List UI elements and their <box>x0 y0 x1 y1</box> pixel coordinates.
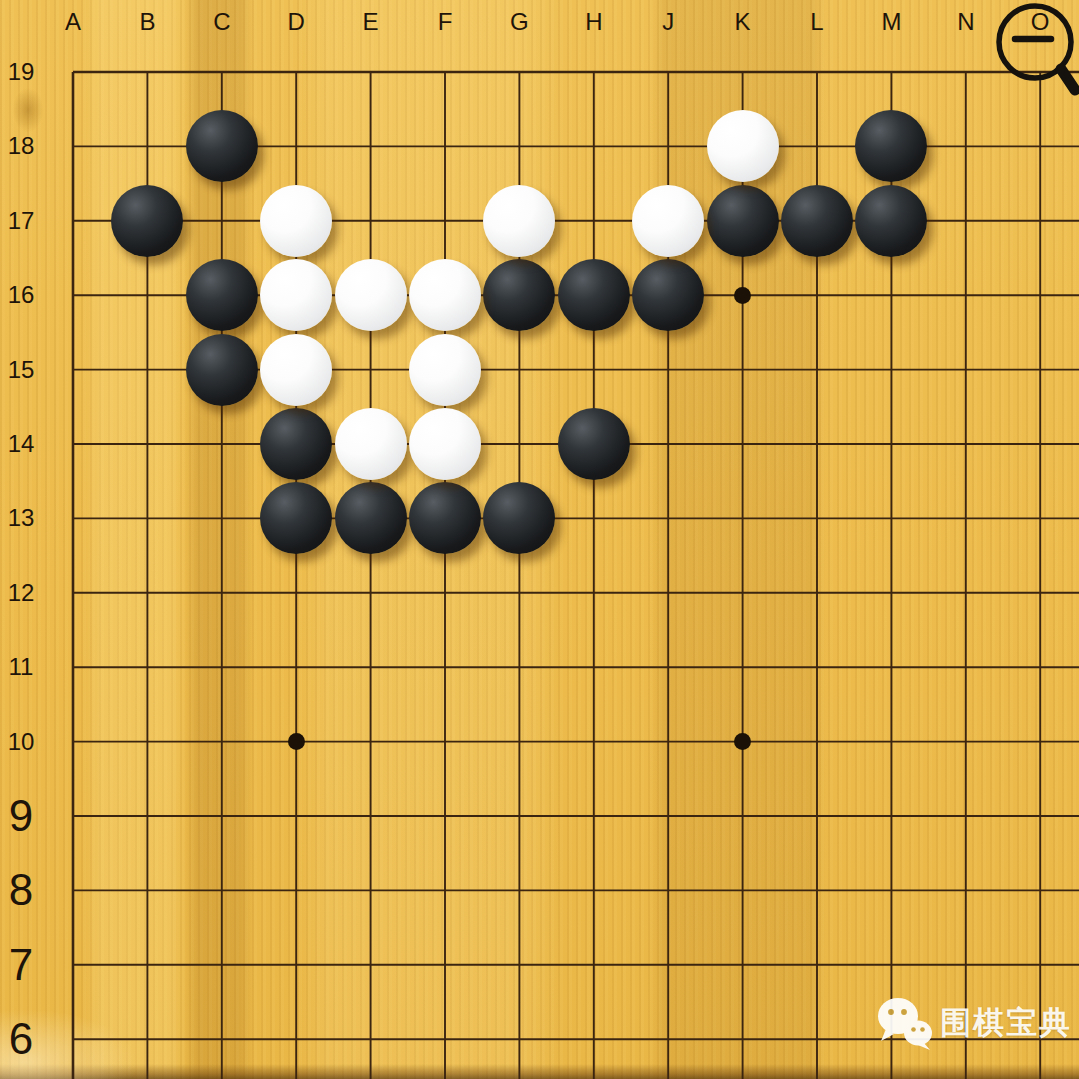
white-stone-G17[interactable] <box>483 185 555 257</box>
go-diagram-screen: ABCDEFGHJKLMNO 191817161514131211109876 … <box>0 0 1079 1079</box>
magnifier-handle <box>1061 69 1075 90</box>
row-label-10: 10 <box>8 728 35 756</box>
column-label-D: D <box>288 8 305 36</box>
column-label-M: M <box>881 8 901 36</box>
white-stone-E16[interactable] <box>335 259 407 331</box>
zoom-out-icon[interactable] <box>988 0 1079 100</box>
black-stone-C18[interactable] <box>186 110 258 182</box>
row-label-16: 16 <box>8 281 35 309</box>
black-stone-B17[interactable] <box>111 185 183 257</box>
black-stone-G16[interactable] <box>483 259 555 331</box>
star-point-K10 <box>734 733 751 750</box>
row-label-17: 17 <box>8 207 35 235</box>
black-stone-D14[interactable] <box>260 408 332 480</box>
column-label-K: K <box>735 8 751 36</box>
black-stone-K17[interactable] <box>707 185 779 257</box>
row-label-14: 14 <box>8 430 35 458</box>
black-stone-G13[interactable] <box>483 482 555 554</box>
row-label-19: 19 <box>8 58 35 86</box>
black-stone-J16[interactable] <box>632 259 704 331</box>
row-label-18: 18 <box>8 132 35 160</box>
white-stone-D15[interactable] <box>260 334 332 406</box>
column-label-C: C <box>213 8 230 36</box>
column-label-A: A <box>65 8 81 36</box>
black-stone-C15[interactable] <box>186 334 258 406</box>
row-label-12: 12 <box>8 579 35 607</box>
column-label-B: B <box>139 8 155 36</box>
row-label-7: 7 <box>9 940 33 990</box>
white-stone-J17[interactable] <box>632 185 704 257</box>
black-stone-H16[interactable] <box>558 259 630 331</box>
white-stone-K18[interactable] <box>707 110 779 182</box>
star-point-D10 <box>288 733 305 750</box>
star-point-K16 <box>734 287 751 304</box>
black-stone-C16[interactable] <box>186 259 258 331</box>
black-stone-M17[interactable] <box>855 185 927 257</box>
white-stone-F16[interactable] <box>409 259 481 331</box>
black-stone-M18[interactable] <box>855 110 927 182</box>
row-label-15: 15 <box>8 356 35 384</box>
go-board[interactable] <box>36 35 1077 1076</box>
row-label-13: 13 <box>8 504 35 532</box>
white-stone-E14[interactable] <box>335 408 407 480</box>
watermark-text: 围棋宝典 <box>940 1002 1072 1044</box>
white-stone-F15[interactable] <box>409 334 481 406</box>
white-stone-D16[interactable] <box>260 259 332 331</box>
column-label-E: E <box>363 8 379 36</box>
column-label-H: H <box>585 8 602 36</box>
row-label-8: 8 <box>9 865 33 915</box>
column-label-L: L <box>810 8 823 36</box>
black-stone-D13[interactable] <box>260 482 332 554</box>
row-label-9: 9 <box>9 791 33 841</box>
column-label-F: F <box>438 8 453 36</box>
black-stone-E13[interactable] <box>335 482 407 554</box>
column-label-J: J <box>662 8 674 36</box>
black-stone-L17[interactable] <box>781 185 853 257</box>
row-label-6: 6 <box>9 1014 33 1064</box>
row-label-11: 11 <box>9 653 34 681</box>
column-label-G: G <box>510 8 529 36</box>
column-label-N: N <box>957 8 974 36</box>
wechat-icon <box>876 995 934 1051</box>
black-stone-F13[interactable] <box>409 482 481 554</box>
black-stone-H14[interactable] <box>558 408 630 480</box>
watermark: 围棋宝典 <box>876 995 1072 1051</box>
white-stone-F14[interactable] <box>409 408 481 480</box>
white-stone-D17[interactable] <box>260 185 332 257</box>
